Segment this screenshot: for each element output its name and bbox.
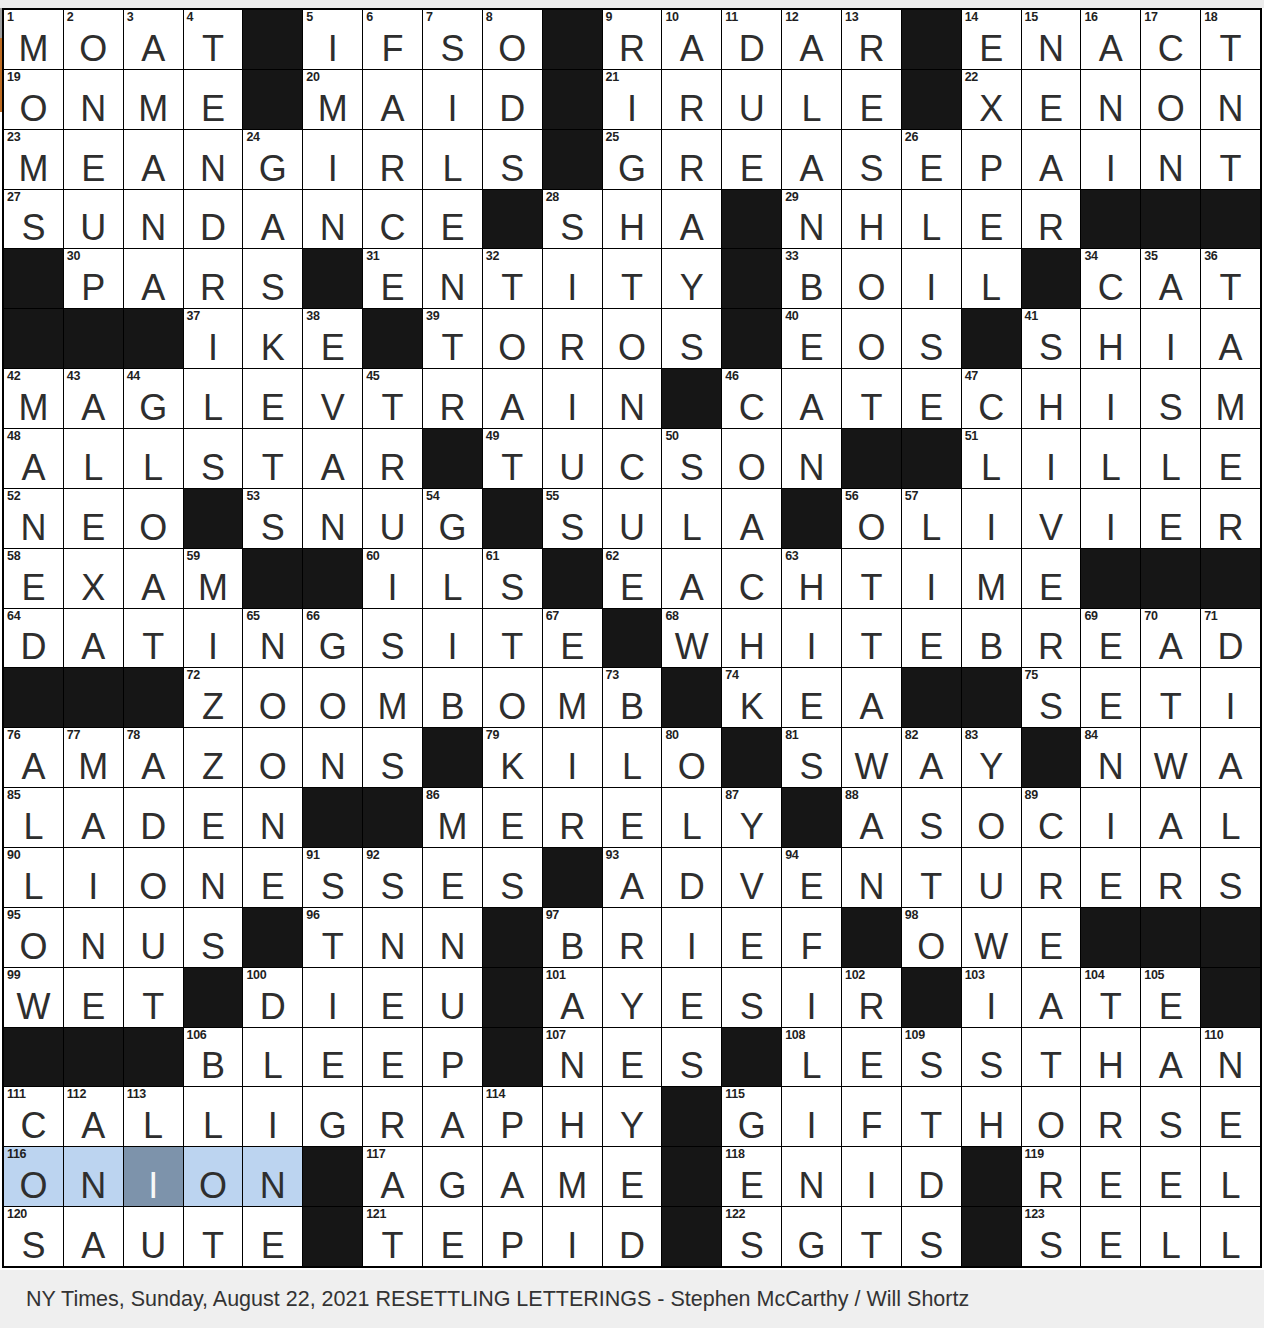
grid-cell[interactable]: T bbox=[483, 609, 542, 668]
grid-cell[interactable]: 97B bbox=[543, 908, 602, 967]
grid-cell[interactable]: N bbox=[64, 908, 123, 967]
grid-cell[interactable]: I bbox=[64, 848, 123, 907]
grid-cell[interactable]: E bbox=[902, 609, 961, 668]
grid-cell[interactable]: 93A bbox=[603, 848, 662, 907]
grid-cell[interactable]: 61S bbox=[483, 549, 542, 608]
grid-cell[interactable]: I bbox=[243, 1087, 302, 1146]
grid-cell[interactable]: 78A bbox=[124, 728, 183, 787]
grid-cell[interactable]: E bbox=[603, 1028, 662, 1087]
grid-cell[interactable]: S bbox=[1141, 369, 1200, 428]
grid-cell[interactable]: 50S bbox=[662, 429, 721, 488]
grid-cell[interactable]: 69E bbox=[1081, 609, 1140, 668]
grid-cell[interactable]: I bbox=[543, 369, 602, 428]
grid-cell[interactable]: 101A bbox=[543, 968, 602, 1027]
grid-cell[interactable]: A bbox=[423, 1087, 482, 1146]
grid-cell[interactable]: E bbox=[662, 968, 721, 1027]
grid-cell[interactable]: 19O bbox=[4, 70, 63, 129]
grid-cell[interactable]: E bbox=[1141, 489, 1200, 548]
grid-cell[interactable]: 72Z bbox=[184, 668, 243, 727]
grid-cell[interactable]: E bbox=[243, 848, 302, 907]
grid-cell[interactable]: 82A bbox=[902, 728, 961, 787]
grid-cell[interactable]: W bbox=[842, 728, 901, 787]
grid-cell[interactable]: N bbox=[303, 728, 362, 787]
grid-cell[interactable]: 84N bbox=[1081, 728, 1140, 787]
grid-cell[interactable]: E bbox=[303, 1028, 362, 1087]
grid-cell[interactable]: R bbox=[184, 249, 243, 308]
grid-cell[interactable]: A bbox=[782, 130, 841, 189]
grid-cell[interactable]: R bbox=[543, 309, 602, 368]
grid-cell[interactable]: 89C bbox=[1022, 788, 1081, 847]
grid-cell[interactable]: E bbox=[1081, 848, 1140, 907]
grid-cell[interactable]: S bbox=[902, 309, 961, 368]
grid-cell[interactable]: 86M bbox=[423, 788, 482, 847]
grid-cell[interactable]: 76A bbox=[4, 728, 63, 787]
grid-cell[interactable]: L bbox=[662, 788, 721, 847]
grid-cell[interactable]: 38E bbox=[303, 309, 362, 368]
grid-cell[interactable]: 60I bbox=[363, 549, 422, 608]
grid-cell[interactable]: N bbox=[782, 1147, 841, 1206]
grid-cell[interactable]: I bbox=[902, 549, 961, 608]
grid-cell[interactable]: 42M bbox=[4, 369, 63, 428]
grid-cell[interactable]: L bbox=[1141, 429, 1200, 488]
grid-cell[interactable]: 94E bbox=[782, 848, 841, 907]
grid-cell[interactable]: 46C bbox=[722, 369, 781, 428]
grid-cell[interactable]: L bbox=[902, 190, 961, 249]
grid-cell[interactable]: I bbox=[303, 968, 362, 1027]
grid-cell[interactable]: A bbox=[1141, 1028, 1200, 1087]
grid-cell[interactable]: A bbox=[1201, 728, 1260, 787]
grid-cell[interactable]: R bbox=[423, 369, 482, 428]
grid-cell[interactable]: 106B bbox=[184, 1028, 243, 1087]
grid-cell[interactable]: E bbox=[1141, 1147, 1200, 1206]
grid-cell[interactable]: H bbox=[1022, 369, 1081, 428]
grid-cell[interactable]: 98O bbox=[902, 908, 961, 967]
grid-cell[interactable]: 39T bbox=[423, 309, 482, 368]
grid-cell[interactable]: N bbox=[124, 190, 183, 249]
grid-cell[interactable]: S bbox=[902, 788, 961, 847]
grid-cell[interactable]: 41S bbox=[1022, 309, 1081, 368]
grid-cell[interactable]: A bbox=[1022, 968, 1081, 1027]
grid-cell[interactable]: T bbox=[1141, 668, 1200, 727]
grid-cell[interactable]: 122S bbox=[722, 1207, 781, 1266]
grid-cell[interactable]: 120S bbox=[4, 1207, 63, 1266]
grid-cell[interactable]: U bbox=[722, 70, 781, 129]
grid-cell[interactable]: B bbox=[962, 609, 1021, 668]
grid-cell[interactable]: 30P bbox=[64, 249, 123, 308]
grid-cell[interactable]: E bbox=[64, 130, 123, 189]
focused-grid-cell[interactable]: I bbox=[124, 1147, 183, 1206]
grid-cell[interactable]: 2O bbox=[64, 10, 123, 69]
grid-cell[interactable]: 17C bbox=[1141, 10, 1200, 69]
grid-cell[interactable]: L bbox=[1141, 1207, 1200, 1266]
grid-cell[interactable]: L bbox=[1081, 429, 1140, 488]
grid-cell[interactable]: A bbox=[1022, 130, 1081, 189]
grid-cell[interactable]: I bbox=[423, 70, 482, 129]
grid-cell[interactable]: F bbox=[842, 1087, 901, 1146]
grid-cell[interactable]: 71D bbox=[1201, 609, 1260, 668]
grid-cell[interactable]: N bbox=[423, 249, 482, 308]
grid-cell[interactable]: 20M bbox=[303, 70, 362, 129]
grid-cell[interactable]: U bbox=[423, 968, 482, 1027]
grid-cell[interactable]: 87Y bbox=[722, 788, 781, 847]
grid-cell[interactable]: P bbox=[962, 130, 1021, 189]
grid-cell[interactable]: O bbox=[842, 309, 901, 368]
grid-cell[interactable]: G bbox=[423, 1147, 482, 1206]
grid-cell[interactable]: 100D bbox=[243, 968, 302, 1027]
grid-cell[interactable]: E bbox=[1081, 668, 1140, 727]
grid-cell[interactable]: H bbox=[543, 1087, 602, 1146]
grid-cell[interactable]: N bbox=[423, 908, 482, 967]
grid-cell[interactable]: 88A bbox=[842, 788, 901, 847]
grid-cell[interactable]: I bbox=[782, 1087, 841, 1146]
grid-cell[interactable]: R bbox=[543, 788, 602, 847]
grid-cell[interactable]: 28S bbox=[543, 190, 602, 249]
grid-cell[interactable]: A bbox=[842, 668, 901, 727]
grid-cell[interactable]: 21I bbox=[603, 70, 662, 129]
grid-cell[interactable]: L bbox=[662, 489, 721, 548]
grid-cell[interactable]: 108L bbox=[782, 1028, 841, 1087]
grid-cell[interactable]: A bbox=[483, 369, 542, 428]
grid-cell[interactable]: O bbox=[124, 489, 183, 548]
grid-cell[interactable]: E bbox=[243, 369, 302, 428]
grid-cell[interactable]: 115G bbox=[722, 1087, 781, 1146]
grid-cell[interactable]: O bbox=[842, 249, 901, 308]
grid-cell[interactable]: 23M bbox=[4, 130, 63, 189]
grid-cell[interactable]: E bbox=[1022, 908, 1081, 967]
grid-cell[interactable]: 35A bbox=[1141, 249, 1200, 308]
grid-cell[interactable]: N bbox=[184, 130, 243, 189]
grid-cell[interactable]: A bbox=[124, 549, 183, 608]
grid-cell[interactable]: 73B bbox=[603, 668, 662, 727]
grid-cell[interactable]: E bbox=[962, 190, 1021, 249]
grid-cell[interactable]: O bbox=[483, 309, 542, 368]
grid-cell[interactable]: 111C bbox=[4, 1087, 63, 1146]
grid-cell[interactable]: L bbox=[1201, 788, 1260, 847]
grid-cell[interactable]: Y bbox=[603, 1087, 662, 1146]
grid-cell[interactable]: E bbox=[184, 788, 243, 847]
grid-cell[interactable]: I bbox=[842, 1147, 901, 1206]
grid-cell[interactable]: M bbox=[124, 70, 183, 129]
grid-cell[interactable]: E bbox=[782, 668, 841, 727]
grid-cell[interactable]: E bbox=[184, 70, 243, 129]
grid-cell[interactable]: 31E bbox=[363, 249, 422, 308]
grid-cell[interactable]: L bbox=[962, 249, 1021, 308]
grid-cell[interactable]: 53S bbox=[243, 489, 302, 548]
grid-cell[interactable]: O bbox=[1141, 70, 1200, 129]
grid-cell[interactable]: L bbox=[64, 429, 123, 488]
grid-cell[interactable]: 59M bbox=[184, 549, 243, 608]
grid-cell[interactable]: S bbox=[962, 1028, 1021, 1087]
grid-cell[interactable]: X bbox=[64, 549, 123, 608]
grid-cell[interactable]: M bbox=[363, 668, 422, 727]
grid-cell[interactable]: 58E bbox=[4, 549, 63, 608]
grid-cell[interactable]: T bbox=[842, 609, 901, 668]
grid-cell[interactable]: S bbox=[1141, 1087, 1200, 1146]
grid-cell[interactable]: L bbox=[603, 728, 662, 787]
grid-cell[interactable]: R bbox=[1081, 1087, 1140, 1146]
grid-cell[interactable]: E bbox=[1081, 1207, 1140, 1266]
grid-cell[interactable]: L bbox=[184, 1087, 243, 1146]
grid-cell[interactable]: 85L bbox=[4, 788, 63, 847]
grid-cell[interactable]: 123S bbox=[1022, 1207, 1081, 1266]
grid-cell[interactable]: E bbox=[603, 788, 662, 847]
grid-cell[interactable]: O bbox=[303, 668, 362, 727]
grid-cell[interactable]: 56O bbox=[842, 489, 901, 548]
grid-cell[interactable]: D bbox=[184, 190, 243, 249]
grid-cell[interactable]: E bbox=[64, 968, 123, 1027]
grid-cell[interactable]: 22X bbox=[962, 70, 1021, 129]
grid-cell[interactable]: R bbox=[1201, 489, 1260, 548]
grid-cell[interactable]: U bbox=[962, 848, 1021, 907]
grid-cell[interactable]: 110N bbox=[1201, 1028, 1260, 1087]
grid-cell[interactable]: Z bbox=[184, 728, 243, 787]
grid-cell[interactable]: N bbox=[1081, 70, 1140, 129]
grid-cell[interactable]: A bbox=[243, 190, 302, 249]
grid-cell[interactable]: O bbox=[483, 668, 542, 727]
grid-cell[interactable]: 83Y bbox=[962, 728, 1021, 787]
grid-cell[interactable]: H bbox=[1081, 309, 1140, 368]
grid-cell[interactable]: M bbox=[962, 549, 1021, 608]
grid-cell[interactable]: U bbox=[543, 429, 602, 488]
grid-cell[interactable]: O bbox=[603, 309, 662, 368]
grid-cell[interactable]: A bbox=[662, 549, 721, 608]
grid-cell[interactable]: E bbox=[902, 369, 961, 428]
grid-cell[interactable]: 112A bbox=[64, 1087, 123, 1146]
grid-cell[interactable]: I bbox=[1081, 489, 1140, 548]
grid-cell[interactable]: E bbox=[423, 190, 482, 249]
grid-cell[interactable]: I bbox=[303, 130, 362, 189]
grid-cell[interactable]: E bbox=[722, 908, 781, 967]
grid-cell[interactable]: 66G bbox=[303, 609, 362, 668]
grid-cell[interactable]: 54G bbox=[423, 489, 482, 548]
grid-cell[interactable]: I bbox=[184, 609, 243, 668]
grid-cell[interactable]: 80O bbox=[662, 728, 721, 787]
grid-cell[interactable]: L bbox=[243, 1028, 302, 1087]
grid-cell[interactable]: A bbox=[662, 190, 721, 249]
grid-cell[interactable]: S bbox=[483, 130, 542, 189]
grid-cell[interactable]: 3A bbox=[124, 10, 183, 69]
grid-cell[interactable]: R bbox=[363, 429, 422, 488]
grid-cell[interactable]: N bbox=[184, 848, 243, 907]
grid-cell[interactable]: E bbox=[603, 1147, 662, 1206]
grid-cell[interactable]: N bbox=[243, 1147, 302, 1206]
grid-cell[interactable]: E bbox=[1081, 1147, 1140, 1206]
grid-cell[interactable]: 75S bbox=[1022, 668, 1081, 727]
grid-cell[interactable]: N bbox=[64, 1147, 123, 1206]
grid-cell[interactable]: 109S bbox=[902, 1028, 961, 1087]
grid-cell[interactable]: U bbox=[64, 190, 123, 249]
grid-cell[interactable]: E bbox=[1201, 1087, 1260, 1146]
grid-cell[interactable]: I bbox=[1081, 130, 1140, 189]
grid-cell[interactable]: 70A bbox=[1141, 609, 1200, 668]
grid-cell[interactable]: 103I bbox=[962, 968, 1021, 1027]
grid-cell[interactable]: S bbox=[1201, 848, 1260, 907]
grid-cell[interactable]: 18T bbox=[1201, 10, 1260, 69]
grid-cell[interactable]: E bbox=[363, 1028, 422, 1087]
grid-cell[interactable]: S bbox=[662, 1028, 721, 1087]
grid-cell[interactable]: A bbox=[64, 1207, 123, 1266]
grid-cell[interactable]: T bbox=[1022, 1028, 1081, 1087]
grid-cell[interactable]: T bbox=[1201, 130, 1260, 189]
grid-cell[interactable]: 40E bbox=[782, 309, 841, 368]
grid-cell[interactable]: L bbox=[124, 429, 183, 488]
grid-cell[interactable]: 95O bbox=[4, 908, 63, 967]
grid-cell[interactable]: M bbox=[543, 668, 602, 727]
grid-cell[interactable]: T bbox=[842, 549, 901, 608]
grid-cell[interactable]: N bbox=[842, 848, 901, 907]
grid-cell[interactable]: 6F bbox=[363, 10, 422, 69]
grid-cell[interactable]: E bbox=[722, 130, 781, 189]
grid-cell[interactable]: 67E bbox=[543, 609, 602, 668]
grid-cell[interactable]: T bbox=[603, 249, 662, 308]
grid-cell[interactable]: I bbox=[423, 609, 482, 668]
grid-cell[interactable]: E bbox=[483, 788, 542, 847]
grid-cell[interactable]: E bbox=[1201, 429, 1260, 488]
grid-cell[interactable]: A bbox=[303, 429, 362, 488]
grid-cell[interactable]: 14E bbox=[962, 10, 1021, 69]
grid-cell[interactable]: N bbox=[1201, 70, 1260, 129]
grid-cell[interactable]: 4T bbox=[184, 10, 243, 69]
grid-cell[interactable]: O bbox=[124, 848, 183, 907]
grid-cell[interactable]: 10A bbox=[662, 10, 721, 69]
grid-cell[interactable]: I bbox=[962, 489, 1021, 548]
grid-cell[interactable]: R bbox=[662, 130, 721, 189]
grid-cell[interactable]: S bbox=[363, 728, 422, 787]
grid-cell[interactable]: L bbox=[423, 549, 482, 608]
grid-cell[interactable]: 117A bbox=[363, 1147, 422, 1206]
grid-cell[interactable]: 64D bbox=[4, 609, 63, 668]
grid-cell[interactable]: 7S bbox=[423, 10, 482, 69]
grid-cell[interactable]: D bbox=[483, 70, 542, 129]
grid-cell[interactable]: D bbox=[662, 848, 721, 907]
grid-cell[interactable]: 32T bbox=[483, 249, 542, 308]
grid-cell[interactable]: R bbox=[1141, 848, 1200, 907]
grid-cell[interactable]: A bbox=[483, 1147, 542, 1206]
grid-cell[interactable]: 119R bbox=[1022, 1147, 1081, 1206]
grid-cell[interactable]: R bbox=[363, 130, 422, 189]
grid-cell[interactable]: M bbox=[543, 1147, 602, 1206]
grid-cell[interactable]: S bbox=[902, 1207, 961, 1266]
grid-cell[interactable]: H bbox=[842, 190, 901, 249]
grid-cell[interactable]: L bbox=[184, 369, 243, 428]
grid-cell[interactable]: 29N bbox=[782, 190, 841, 249]
grid-cell[interactable]: 24G bbox=[243, 130, 302, 189]
grid-cell[interactable]: A bbox=[363, 70, 422, 129]
grid-cell[interactable]: R bbox=[363, 1087, 422, 1146]
grid-cell[interactable]: E bbox=[423, 848, 482, 907]
grid-cell[interactable]: U bbox=[124, 908, 183, 967]
grid-cell[interactable]: G bbox=[303, 1087, 362, 1146]
grid-cell[interactable]: P bbox=[483, 1207, 542, 1266]
grid-cell[interactable]: Y bbox=[662, 249, 721, 308]
grid-cell[interactable]: D bbox=[902, 1147, 961, 1206]
grid-cell[interactable]: 65N bbox=[243, 609, 302, 668]
grid-cell[interactable]: 55S bbox=[543, 489, 602, 548]
grid-cell[interactable]: C bbox=[722, 549, 781, 608]
grid-cell[interactable]: L bbox=[782, 70, 841, 129]
grid-cell[interactable]: R bbox=[1022, 190, 1081, 249]
grid-cell[interactable]: H bbox=[603, 190, 662, 249]
grid-cell[interactable]: E bbox=[842, 70, 901, 129]
grid-cell[interactable]: 12A bbox=[782, 10, 841, 69]
grid-cell[interactable]: N bbox=[1141, 130, 1200, 189]
grid-cell[interactable]: E bbox=[363, 968, 422, 1027]
grid-cell[interactable]: 116O bbox=[4, 1147, 63, 1206]
grid-cell[interactable]: A bbox=[124, 130, 183, 189]
grid-cell[interactable]: I bbox=[1081, 369, 1140, 428]
grid-cell[interactable]: 81S bbox=[782, 728, 841, 787]
grid-cell[interactable]: N bbox=[603, 369, 662, 428]
grid-cell[interactable]: 114P bbox=[483, 1087, 542, 1146]
grid-cell[interactable]: A bbox=[782, 369, 841, 428]
grid-cell[interactable]: I bbox=[543, 249, 602, 308]
grid-cell[interactable]: 16A bbox=[1081, 10, 1140, 69]
grid-cell[interactable]: Y bbox=[603, 968, 662, 1027]
grid-cell[interactable]: I bbox=[1022, 429, 1081, 488]
grid-cell[interactable]: 25G bbox=[603, 130, 662, 189]
grid-cell[interactable]: 37I bbox=[184, 309, 243, 368]
grid-cell[interactable]: W bbox=[962, 908, 1021, 967]
grid-cell[interactable]: V bbox=[1022, 489, 1081, 548]
grid-cell[interactable]: T bbox=[124, 609, 183, 668]
grid-cell[interactable]: 27S bbox=[4, 190, 63, 249]
grid-cell[interactable]: S bbox=[184, 908, 243, 967]
grid-cell[interactable]: 15N bbox=[1022, 10, 1081, 69]
grid-cell[interactable]: 51L bbox=[962, 429, 1021, 488]
grid-cell[interactable]: L bbox=[1201, 1147, 1260, 1206]
grid-cell[interactable]: 9R bbox=[603, 10, 662, 69]
grid-cell[interactable]: 57L bbox=[902, 489, 961, 548]
grid-cell[interactable]: L bbox=[1201, 1207, 1260, 1266]
grid-cell[interactable]: H bbox=[1081, 1028, 1140, 1087]
grid-cell[interactable]: 105E bbox=[1141, 968, 1200, 1027]
grid-cell[interactable]: S bbox=[483, 848, 542, 907]
grid-cell[interactable]: S bbox=[662, 309, 721, 368]
grid-cell[interactable]: N bbox=[303, 190, 362, 249]
grid-cell[interactable]: U bbox=[603, 489, 662, 548]
grid-cell[interactable]: I bbox=[662, 908, 721, 967]
grid-cell[interactable]: A bbox=[1141, 788, 1200, 847]
grid-cell[interactable]: P bbox=[423, 1028, 482, 1087]
grid-cell[interactable]: 49T bbox=[483, 429, 542, 488]
grid-cell[interactable]: E bbox=[64, 489, 123, 548]
grid-cell[interactable]: I bbox=[1081, 788, 1140, 847]
grid-cell[interactable]: I bbox=[543, 1207, 602, 1266]
grid-cell[interactable]: I bbox=[1201, 668, 1260, 727]
grid-cell[interactable]: 11D bbox=[722, 10, 781, 69]
grid-cell[interactable]: T bbox=[842, 369, 901, 428]
grid-cell[interactable]: U bbox=[124, 1207, 183, 1266]
grid-cell[interactable]: L bbox=[423, 130, 482, 189]
grid-cell[interactable]: I bbox=[543, 728, 602, 787]
grid-cell[interactable]: 8O bbox=[483, 10, 542, 69]
grid-cell[interactable]: T bbox=[902, 848, 961, 907]
grid-cell[interactable]: O bbox=[243, 728, 302, 787]
grid-cell[interactable]: E bbox=[1022, 549, 1081, 608]
grid-cell[interactable]: 34C bbox=[1081, 249, 1140, 308]
grid-cell[interactable]: 33B bbox=[782, 249, 841, 308]
grid-cell[interactable]: 77M bbox=[64, 728, 123, 787]
grid-cell[interactable]: 36T bbox=[1201, 249, 1260, 308]
grid-cell[interactable]: 43A bbox=[64, 369, 123, 428]
grid-cell[interactable]: A bbox=[64, 788, 123, 847]
grid-cell[interactable]: 92S bbox=[363, 848, 422, 907]
grid-cell[interactable]: 99W bbox=[4, 968, 63, 1027]
grid-cell[interactable]: R bbox=[1022, 609, 1081, 668]
grid-cell[interactable]: N bbox=[303, 489, 362, 548]
grid-cell[interactable]: 26E bbox=[902, 130, 961, 189]
grid-cell[interactable]: E bbox=[423, 1207, 482, 1266]
